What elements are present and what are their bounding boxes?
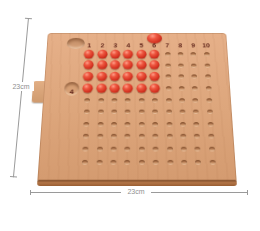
grid-cell (121, 130, 135, 142)
grid-cell (189, 106, 203, 118)
grid-cell (121, 143, 135, 156)
column-label: 1 (83, 42, 96, 49)
grid-cell (94, 83, 108, 95)
column-label: 7 (161, 42, 174, 49)
grid-cell (82, 60, 96, 71)
grid-cell (135, 49, 148, 60)
grid-cell (148, 49, 161, 60)
grid-cell (148, 83, 162, 95)
hole[interactable] (97, 134, 103, 139)
hole[interactable] (195, 147, 201, 152)
hole[interactable] (179, 86, 185, 90)
column-labels: 12345678910 (83, 42, 213, 49)
grid-cell (162, 106, 176, 118)
hole[interactable] (193, 110, 199, 114)
grid-cell (94, 94, 108, 106)
bead[interactable] (123, 50, 133, 59)
grid-cell (78, 156, 93, 169)
bead[interactable] (123, 72, 133, 81)
hole[interactable] (166, 134, 172, 139)
hole[interactable] (139, 160, 145, 165)
grid-cell (204, 143, 219, 156)
hole[interactable] (207, 110, 213, 114)
grid-cell (162, 130, 176, 142)
grid-cell (95, 71, 109, 82)
bead-grid (78, 49, 220, 168)
hole[interactable] (84, 110, 90, 114)
grid-cell (189, 94, 203, 106)
hole[interactable] (153, 134, 159, 139)
hole[interactable] (195, 160, 201, 165)
grid-cell (121, 94, 135, 106)
hole[interactable] (193, 98, 199, 102)
grid-cell (148, 71, 161, 82)
hole[interactable] (194, 134, 200, 139)
grid-cell (79, 130, 93, 142)
bead[interactable] (84, 50, 94, 59)
grid-cell (135, 130, 149, 142)
hole[interactable] (110, 160, 116, 165)
hole[interactable] (153, 160, 159, 165)
hole[interactable] (166, 122, 172, 127)
grid-cell (135, 60, 148, 71)
grid-cell (92, 156, 107, 169)
bead[interactable] (83, 72, 93, 81)
bead[interactable] (136, 50, 146, 59)
grid-cell (162, 94, 176, 106)
grid-cell (149, 130, 163, 142)
grid-cell (148, 60, 161, 71)
grid-cell (191, 143, 206, 156)
hole[interactable] (152, 110, 158, 114)
hole[interactable] (165, 64, 171, 68)
hole[interactable] (181, 147, 187, 152)
hole[interactable] (125, 147, 131, 152)
grid-cell (163, 143, 177, 156)
hole[interactable] (84, 98, 90, 102)
bead[interactable] (123, 83, 133, 92)
grid-cell (190, 118, 204, 130)
hole[interactable] (165, 52, 171, 56)
bead[interactable] (123, 61, 133, 70)
hole[interactable] (153, 147, 159, 152)
grid-cell (161, 49, 174, 60)
grid-cell (191, 156, 206, 169)
hole[interactable] (111, 134, 117, 139)
grid-cell (176, 118, 190, 130)
product-photo: 4 12345678910 23cm 23cm (0, 0, 260, 231)
multiplication-board: 4 12345678910 (37, 33, 237, 186)
hole[interactable] (206, 98, 212, 102)
grid-cell (109, 49, 122, 60)
grid-cell (175, 106, 189, 118)
bead[interactable] (97, 50, 107, 59)
grid-cell (174, 49, 187, 60)
grid-cell (80, 94, 94, 106)
hole[interactable] (152, 122, 158, 127)
hole[interactable] (125, 110, 131, 114)
hole[interactable] (139, 98, 145, 102)
grid-cell (135, 83, 148, 95)
hole[interactable] (111, 122, 117, 127)
hole[interactable] (97, 147, 103, 152)
hole[interactable] (191, 64, 197, 68)
hole[interactable] (125, 134, 131, 139)
column-label: 4 (122, 42, 135, 49)
grid-cell (205, 156, 220, 169)
hole[interactable] (152, 98, 158, 102)
dimension-label-left: 23cm (8, 82, 34, 91)
grid-cell (135, 71, 148, 82)
hole[interactable] (206, 86, 212, 90)
grid-cell (162, 118, 176, 130)
grid-cell (121, 118, 135, 130)
grid-cell (93, 118, 107, 130)
hole[interactable] (111, 110, 117, 114)
bead[interactable] (110, 50, 120, 59)
hole[interactable] (167, 147, 173, 152)
hole[interactable] (139, 110, 145, 114)
bead[interactable] (150, 83, 160, 92)
grid-cell (149, 156, 163, 169)
column-label: 9 (187, 42, 200, 49)
hole[interactable] (178, 64, 184, 68)
grid-cell (79, 118, 93, 130)
grid-cell (135, 106, 149, 118)
grid-cell (81, 71, 95, 82)
grid-cell (82, 49, 95, 60)
grid-cell (135, 143, 149, 156)
bead[interactable] (136, 61, 146, 70)
grid-cell (177, 156, 192, 169)
grid-cell (203, 118, 217, 130)
hole[interactable] (166, 110, 172, 114)
hole[interactable] (84, 122, 90, 127)
grid-cell (107, 118, 121, 130)
hole[interactable] (166, 98, 172, 102)
grid-cell (200, 60, 214, 71)
hole[interactable] (96, 160, 102, 165)
grid-cell (95, 60, 108, 71)
grid-cell (149, 143, 163, 156)
grid-cell (108, 83, 122, 95)
grid-cell (187, 49, 201, 60)
column-label: 6 (148, 42, 161, 49)
grid-cell (161, 60, 174, 71)
grid-cell (108, 60, 121, 71)
multiplicand-window: 4 (64, 82, 80, 96)
hole[interactable] (167, 160, 173, 165)
grid-cell (175, 94, 189, 106)
grid-cell (121, 106, 135, 118)
hole[interactable] (192, 86, 198, 90)
grid-cell (106, 143, 120, 156)
hole[interactable] (98, 98, 104, 102)
grid-cell (107, 106, 121, 118)
hole[interactable] (112, 98, 118, 102)
hole[interactable] (180, 110, 186, 114)
grid-cell (78, 143, 92, 156)
bead[interactable] (149, 50, 159, 59)
grid-cell (121, 71, 134, 82)
hole[interactable] (181, 160, 187, 165)
bead[interactable] (96, 72, 106, 81)
column-label: 10 (200, 42, 213, 49)
grid-cell (120, 156, 134, 169)
grid-cell (94, 106, 108, 118)
hole[interactable] (192, 75, 198, 79)
grid-cell (148, 106, 162, 118)
column-label: 8 (174, 42, 187, 49)
hole[interactable] (125, 98, 131, 102)
hole[interactable] (83, 147, 89, 152)
bead[interactable] (83, 61, 93, 70)
bead[interactable] (150, 72, 160, 81)
multiplicand-card-value: 4 (69, 88, 74, 96)
grid-cell (175, 83, 189, 95)
hole[interactable] (178, 52, 184, 56)
hole[interactable] (82, 160, 88, 165)
hole[interactable] (209, 147, 215, 152)
hole[interactable] (83, 134, 89, 139)
grid-cell (188, 71, 202, 82)
grid-cell (106, 156, 120, 169)
grid-cell (122, 60, 135, 71)
hole[interactable] (209, 160, 215, 165)
hole[interactable] (125, 122, 131, 127)
bead[interactable] (109, 83, 119, 92)
grid-cell (108, 94, 122, 106)
hole[interactable] (111, 147, 117, 152)
dimension-line-left (13, 18, 29, 177)
hole[interactable] (207, 122, 213, 127)
grid-cell (190, 130, 204, 142)
hole[interactable] (204, 52, 210, 56)
grid-cell (174, 60, 188, 71)
board-edge (37, 180, 237, 186)
grid-cell (163, 156, 177, 169)
grid-cell (204, 130, 219, 142)
hole[interactable] (179, 98, 185, 102)
grid-cell (188, 83, 202, 95)
bead[interactable] (110, 72, 120, 81)
board-face: 4 12345678910 (37, 33, 236, 180)
grid-cell (148, 94, 162, 106)
hole[interactable] (125, 160, 131, 165)
grid-cell (122, 49, 135, 60)
grid-cell (177, 143, 191, 156)
bead[interactable] (110, 61, 120, 70)
grid-cell (93, 130, 107, 142)
hole[interactable] (165, 75, 171, 79)
bead[interactable] (97, 61, 107, 70)
grid-cell (135, 94, 149, 106)
column-label: 3 (109, 42, 122, 49)
hole[interactable] (139, 122, 145, 127)
hole[interactable] (204, 64, 210, 68)
hole[interactable] (139, 134, 145, 139)
grid-cell (174, 71, 188, 82)
hole[interactable] (139, 147, 145, 152)
grid-cell (161, 71, 175, 82)
hole[interactable] (205, 75, 211, 79)
grid-cell (187, 60, 201, 71)
dimension-label-bottom: 23cm (121, 187, 151, 197)
hole[interactable] (191, 52, 197, 56)
hole[interactable] (180, 122, 186, 127)
grid-cell (80, 106, 94, 118)
hole[interactable] (208, 134, 214, 139)
grid-cell (135, 156, 149, 169)
grid-cell (135, 118, 149, 130)
hole[interactable] (98, 110, 104, 114)
hole[interactable] (194, 122, 200, 127)
grid-cell (200, 49, 214, 60)
hole[interactable] (165, 86, 171, 90)
hole[interactable] (180, 134, 186, 139)
grid-cell (203, 106, 217, 118)
bead[interactable] (136, 83, 146, 92)
grid-cell (202, 83, 216, 95)
grid-cell (81, 83, 95, 95)
hole[interactable] (178, 75, 184, 79)
hole[interactable] (97, 122, 103, 127)
column-label: 2 (96, 42, 109, 49)
grid-cell (161, 83, 175, 95)
bead[interactable] (83, 83, 94, 92)
grid-cell (95, 49, 108, 60)
bead[interactable] (149, 61, 159, 70)
grid-cell (92, 143, 106, 156)
grid-cell (148, 118, 162, 130)
grid-cell (202, 94, 216, 106)
bead[interactable] (136, 72, 146, 81)
grid-cell (121, 83, 134, 95)
column-label: 5 (135, 42, 148, 49)
bead[interactable] (96, 83, 106, 92)
grid-cell (201, 71, 215, 82)
grid-cell (176, 130, 190, 142)
grid-cell (107, 130, 121, 142)
grid-cell (108, 71, 121, 82)
